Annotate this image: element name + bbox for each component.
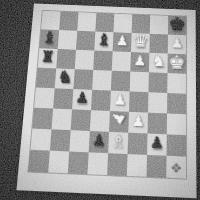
square-h8: ♚ [168,16,186,35]
square-b3 [51,109,72,131]
square-e6 [112,51,131,71]
square-c6 [75,50,95,70]
square-d6 [93,51,112,71]
piece-white-bishop: ♗ [110,131,127,150]
square-h5 [167,73,186,94]
square-f4 [129,91,148,112]
piece-white-pawn: ♟ [113,92,127,107]
board-grid: ♚♝♝♟♛♟♜♟♞♚♞♟♟♟♟♟♗♟❖ [29,11,187,179]
square-a6: ♜ [38,48,58,68]
square-g5 [148,72,167,93]
piece-white-pawn: ♟ [133,53,146,67]
square-e8 [113,14,132,33]
chess-photo: ♚♝♝♟♛♟♜♟♞♚♞♟♟♟♟♟♗♟❖ :·:·:·: [0,0,200,200]
piece-black-bishop: ♝ [96,31,112,48]
square-h1: ❖ [166,156,186,179]
piece-white-queen: ♛ [132,32,149,50]
square-f2 [128,133,148,155]
square-b7 [58,30,78,50]
piece-black-bishop: ♝ [41,29,58,46]
piece-white-pawn-fallen: ♟ [108,108,128,127]
square-c5 [73,69,93,90]
piece-white-knight: ♞ [151,53,166,69]
square-a7: ♝ [39,29,59,49]
square-c1 [68,151,89,174]
square-d7: ♝ [94,32,113,52]
square-b2 [50,129,71,151]
square-c3 [71,109,91,131]
square-c7 [76,31,95,51]
square-g1 [147,155,167,178]
square-a1 [29,150,50,173]
square-c2 [69,130,90,152]
square-h3 [167,113,186,135]
piece-white-pawn: ♟ [131,113,145,128]
square-d4 [91,90,111,111]
square-f7: ♛ [131,33,150,53]
square-a4 [34,87,54,108]
square-g8 [150,15,168,34]
square-b5: ♞ [55,68,75,89]
piece-white-king: ♚ [168,52,186,71]
square-g2: ♟ [147,134,167,156]
chess-board: ♚♝♝♟♛♟♜♟♞♚♞♟♟♟♟♟♗♟❖ :·:·:·: [16,3,196,198]
square-f3: ♟ [128,112,148,134]
square-a3 [32,108,53,130]
square-a5 [36,68,56,89]
piece-black-rook: ♜ [40,49,55,64]
piece-black-pawn: ♟ [75,90,89,105]
square-h2 [167,134,187,156]
square-f5 [130,72,149,93]
piece-black-king: ♚ [168,14,185,32]
square-g3 [148,113,168,135]
square-g6: ♞ [149,53,168,73]
square-d2: ♟ [89,131,109,153]
square-f6: ♟ [130,52,149,72]
square-h4 [167,93,186,114]
square-b8 [59,12,78,31]
square-b4 [53,88,73,109]
square-c4: ♟ [72,89,92,110]
square-b1 [48,151,69,174]
square-g4 [148,92,167,113]
piece-white-pawn: ♟ [170,36,183,50]
corner-stamp-icon: ❖ [170,160,182,174]
board-margin-text: :·:·:·: [190,56,195,71]
square-f1 [127,154,147,177]
square-a2 [30,129,51,151]
piece-black-pawn: ♟ [150,135,164,151]
square-e1 [107,153,127,176]
square-d1 [87,152,108,175]
square-e2: ♗ [108,132,128,154]
square-c8 [77,12,96,31]
square-e5 [111,71,130,92]
piece-white-pawn: ♟ [116,33,129,47]
square-h6: ♚ [167,54,186,74]
piece-black-knight: ♞ [57,68,73,85]
square-e7: ♟ [113,32,132,52]
square-d5 [92,70,112,91]
square-d3 [90,110,110,132]
piece-black-pawn: ♟ [92,132,106,148]
